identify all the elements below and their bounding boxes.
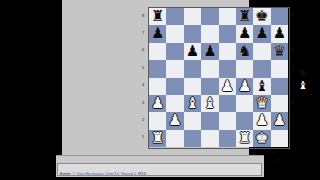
square-h5[interactable]	[271, 60, 288, 77]
file-label-d: d	[200, 148, 217, 154]
square-g4[interactable]: ♝	[253, 78, 270, 95]
square-c6[interactable]: ♟	[184, 43, 201, 60]
square-d8[interactable]	[201, 8, 218, 25]
white-pawn-a3[interactable]: ♟	[149, 95, 166, 112]
black-rook-a8[interactable]: ♜	[149, 8, 166, 25]
square-f4[interactable]: ♟	[236, 78, 253, 95]
square-d7[interactable]	[201, 25, 218, 42]
rank-label-7: 7	[289, 24, 296, 41]
black-knight-marker-icon: ♞	[296, 66, 310, 79]
file-label-e: e	[218, 148, 235, 154]
square-h3[interactable]	[271, 95, 288, 112]
rank-label-5: 5	[289, 59, 296, 76]
black-pawn-d6[interactable]: ♟	[201, 43, 218, 60]
file-label-b: b	[165, 148, 182, 154]
white-rook-f1[interactable]: ♜	[236, 130, 253, 147]
square-h7[interactable]: ♟	[271, 25, 288, 42]
white-king-g1[interactable]: ♚	[253, 130, 270, 147]
square-b4[interactable]	[166, 78, 183, 95]
square-g6[interactable]	[253, 43, 270, 60]
black-king-g8[interactable]: ♚	[253, 8, 270, 25]
file-label-f: f	[235, 148, 252, 154]
file-label-g: g	[252, 148, 269, 154]
material-markers: ♞ ♝	[296, 66, 310, 96]
rank-label-6: 6	[289, 42, 296, 59]
square-h1[interactable]	[271, 130, 288, 147]
square-b1[interactable]	[166, 130, 183, 147]
square-f8[interactable]: ♜	[236, 8, 253, 25]
square-c3[interactable]: ♝	[184, 95, 201, 112]
black-bishop-g4[interactable]: ♝	[253, 78, 270, 95]
players-line: Lputian, Alexandr (2545) - Nou, Deni Koh…	[56, 156, 264, 163]
square-e1[interactable]	[219, 130, 236, 147]
square-h4[interactable]	[271, 78, 288, 95]
square-c1[interactable]	[184, 130, 201, 147]
square-g2[interactable]: ♟	[253, 112, 270, 129]
square-h2[interactable]: ♟	[271, 112, 288, 129]
file-labels-bottom: abcdefgh	[148, 148, 288, 154]
white-pawn-e4[interactable]: ♟	[219, 78, 236, 95]
rank-label-2: 2	[140, 111, 147, 128]
rank-label-8: 8	[289, 7, 296, 24]
square-f6[interactable]: ♞	[236, 43, 253, 60]
white-bishop-c3[interactable]: ♝	[184, 95, 201, 112]
file-label-h: h	[270, 148, 287, 154]
game-info-bar: Lputian, Alexandr (2545) - Nou, Deni Koh…	[56, 155, 264, 177]
black-pawn-g7[interactable]: ♟	[253, 25, 270, 42]
square-e5[interactable]	[219, 60, 236, 77]
square-d4[interactable]	[201, 78, 218, 95]
square-e4[interactable]: ♟	[219, 78, 236, 95]
rank-label-4: 4	[140, 77, 147, 94]
square-f3[interactable]	[236, 95, 253, 112]
rank-label-4: 4	[289, 77, 296, 94]
rank-labels-right: 87654321	[289, 7, 296, 147]
square-d2[interactable]	[201, 112, 218, 129]
square-d3[interactable]: ♝	[201, 95, 218, 112]
file-label-c: c	[183, 148, 200, 154]
square-h8[interactable]	[271, 8, 288, 25]
square-g1[interactable]: ♚	[253, 130, 270, 147]
square-e2[interactable]	[219, 112, 236, 129]
game-details-box: Event: 7. Dos Hermanas Chm/13, Round 2, …	[57, 163, 262, 176]
rank-label-6: 6	[140, 42, 147, 59]
black-pawn-a7[interactable]: ♟	[149, 25, 166, 42]
rank-label-3: 3	[140, 94, 147, 111]
square-g8[interactable]: ♚	[253, 8, 270, 25]
square-c7[interactable]	[184, 25, 201, 42]
square-c5[interactable]	[184, 60, 201, 77]
rank-label-1: 1	[289, 129, 296, 146]
white-pawn-b2[interactable]: ♟	[166, 112, 183, 129]
chess-board: ♜♜♚♟♟♟♟♟♟♞♛♟♟♝♟♝♝♛♟♟♟♜♜♚	[148, 7, 290, 149]
white-pawn-h2[interactable]: ♟	[271, 112, 288, 129]
rank-labels-left: 87654321	[140, 7, 147, 147]
square-b7[interactable]	[166, 25, 183, 42]
chess-gui-panel: abcdefgh 87654321 ♜♜♚♟♟♟♟♟♟♞♛♟♟♝♟♝♝♛♟♟♟♜…	[62, 0, 249, 155]
square-c4[interactable]	[184, 78, 201, 95]
square-a8[interactable]: ♜	[149, 8, 166, 25]
square-a7[interactable]: ♟	[149, 25, 166, 42]
square-f1[interactable]: ♜	[236, 130, 253, 147]
square-f2[interactable]	[236, 112, 253, 129]
square-g7[interactable]: ♟	[253, 25, 270, 42]
square-a4[interactable]	[149, 78, 166, 95]
square-f5[interactable]	[236, 60, 253, 77]
square-b5[interactable]	[166, 60, 183, 77]
square-a6[interactable]	[149, 43, 166, 60]
black-pawn-h7[interactable]: ♟	[271, 25, 288, 42]
square-b8[interactable]	[166, 8, 183, 25]
white-pawn-g2[interactable]: ♟	[253, 112, 270, 129]
black-queen-h6[interactable]: ♛	[271, 43, 288, 60]
white-pawn-f4[interactable]: ♟	[236, 78, 253, 95]
square-a3[interactable]: ♟	[149, 95, 166, 112]
white-bishop-marker-icon: ♝	[296, 79, 310, 92]
white-bishop-d3[interactable]: ♝	[201, 95, 218, 112]
square-e6[interactable]	[219, 43, 236, 60]
square-a2[interactable]	[149, 112, 166, 129]
rank-label-2: 2	[289, 111, 296, 128]
square-d6[interactable]: ♟	[201, 43, 218, 60]
rank-label-5: 5	[140, 59, 147, 76]
square-a1[interactable]: ♜	[149, 130, 166, 147]
square-c2[interactable]	[184, 112, 201, 129]
rank-label-3: 3	[289, 94, 296, 111]
white-queen-g3[interactable]: ♛	[253, 95, 270, 112]
rank-label-1: 1	[140, 129, 147, 146]
square-a5[interactable]	[149, 60, 166, 77]
rank-label-8: 8	[140, 7, 147, 24]
rank-label-7: 7	[140, 24, 147, 41]
square-e8[interactable]	[219, 8, 236, 25]
square-b2[interactable]: ♟	[166, 112, 183, 129]
square-b6[interactable]	[166, 43, 183, 60]
square-d5[interactable]	[201, 60, 218, 77]
square-h6[interactable]: ♛	[271, 43, 288, 60]
square-e7[interactable]	[219, 25, 236, 42]
square-f7[interactable]: ♟	[236, 25, 253, 42]
white-rook-a1[interactable]: ♜	[149, 130, 166, 147]
black-rook-f8[interactable]: ♜	[236, 8, 253, 25]
square-c8[interactable]	[184, 8, 201, 25]
black-pawn-c6[interactable]: ♟	[184, 43, 201, 60]
square-g5[interactable]	[253, 60, 270, 77]
video-frame: { "game": "chess", "position": { "fen": …	[0, 0, 320, 180]
black-pawn-f7[interactable]: ♟	[236, 25, 253, 42]
square-b3[interactable]	[166, 95, 183, 112]
square-e3[interactable]	[219, 95, 236, 112]
square-d1[interactable]	[201, 130, 218, 147]
square-g3[interactable]: ♛	[253, 95, 270, 112]
file-label-a: a	[148, 148, 165, 154]
black-knight-f6[interactable]: ♞	[236, 43, 253, 60]
